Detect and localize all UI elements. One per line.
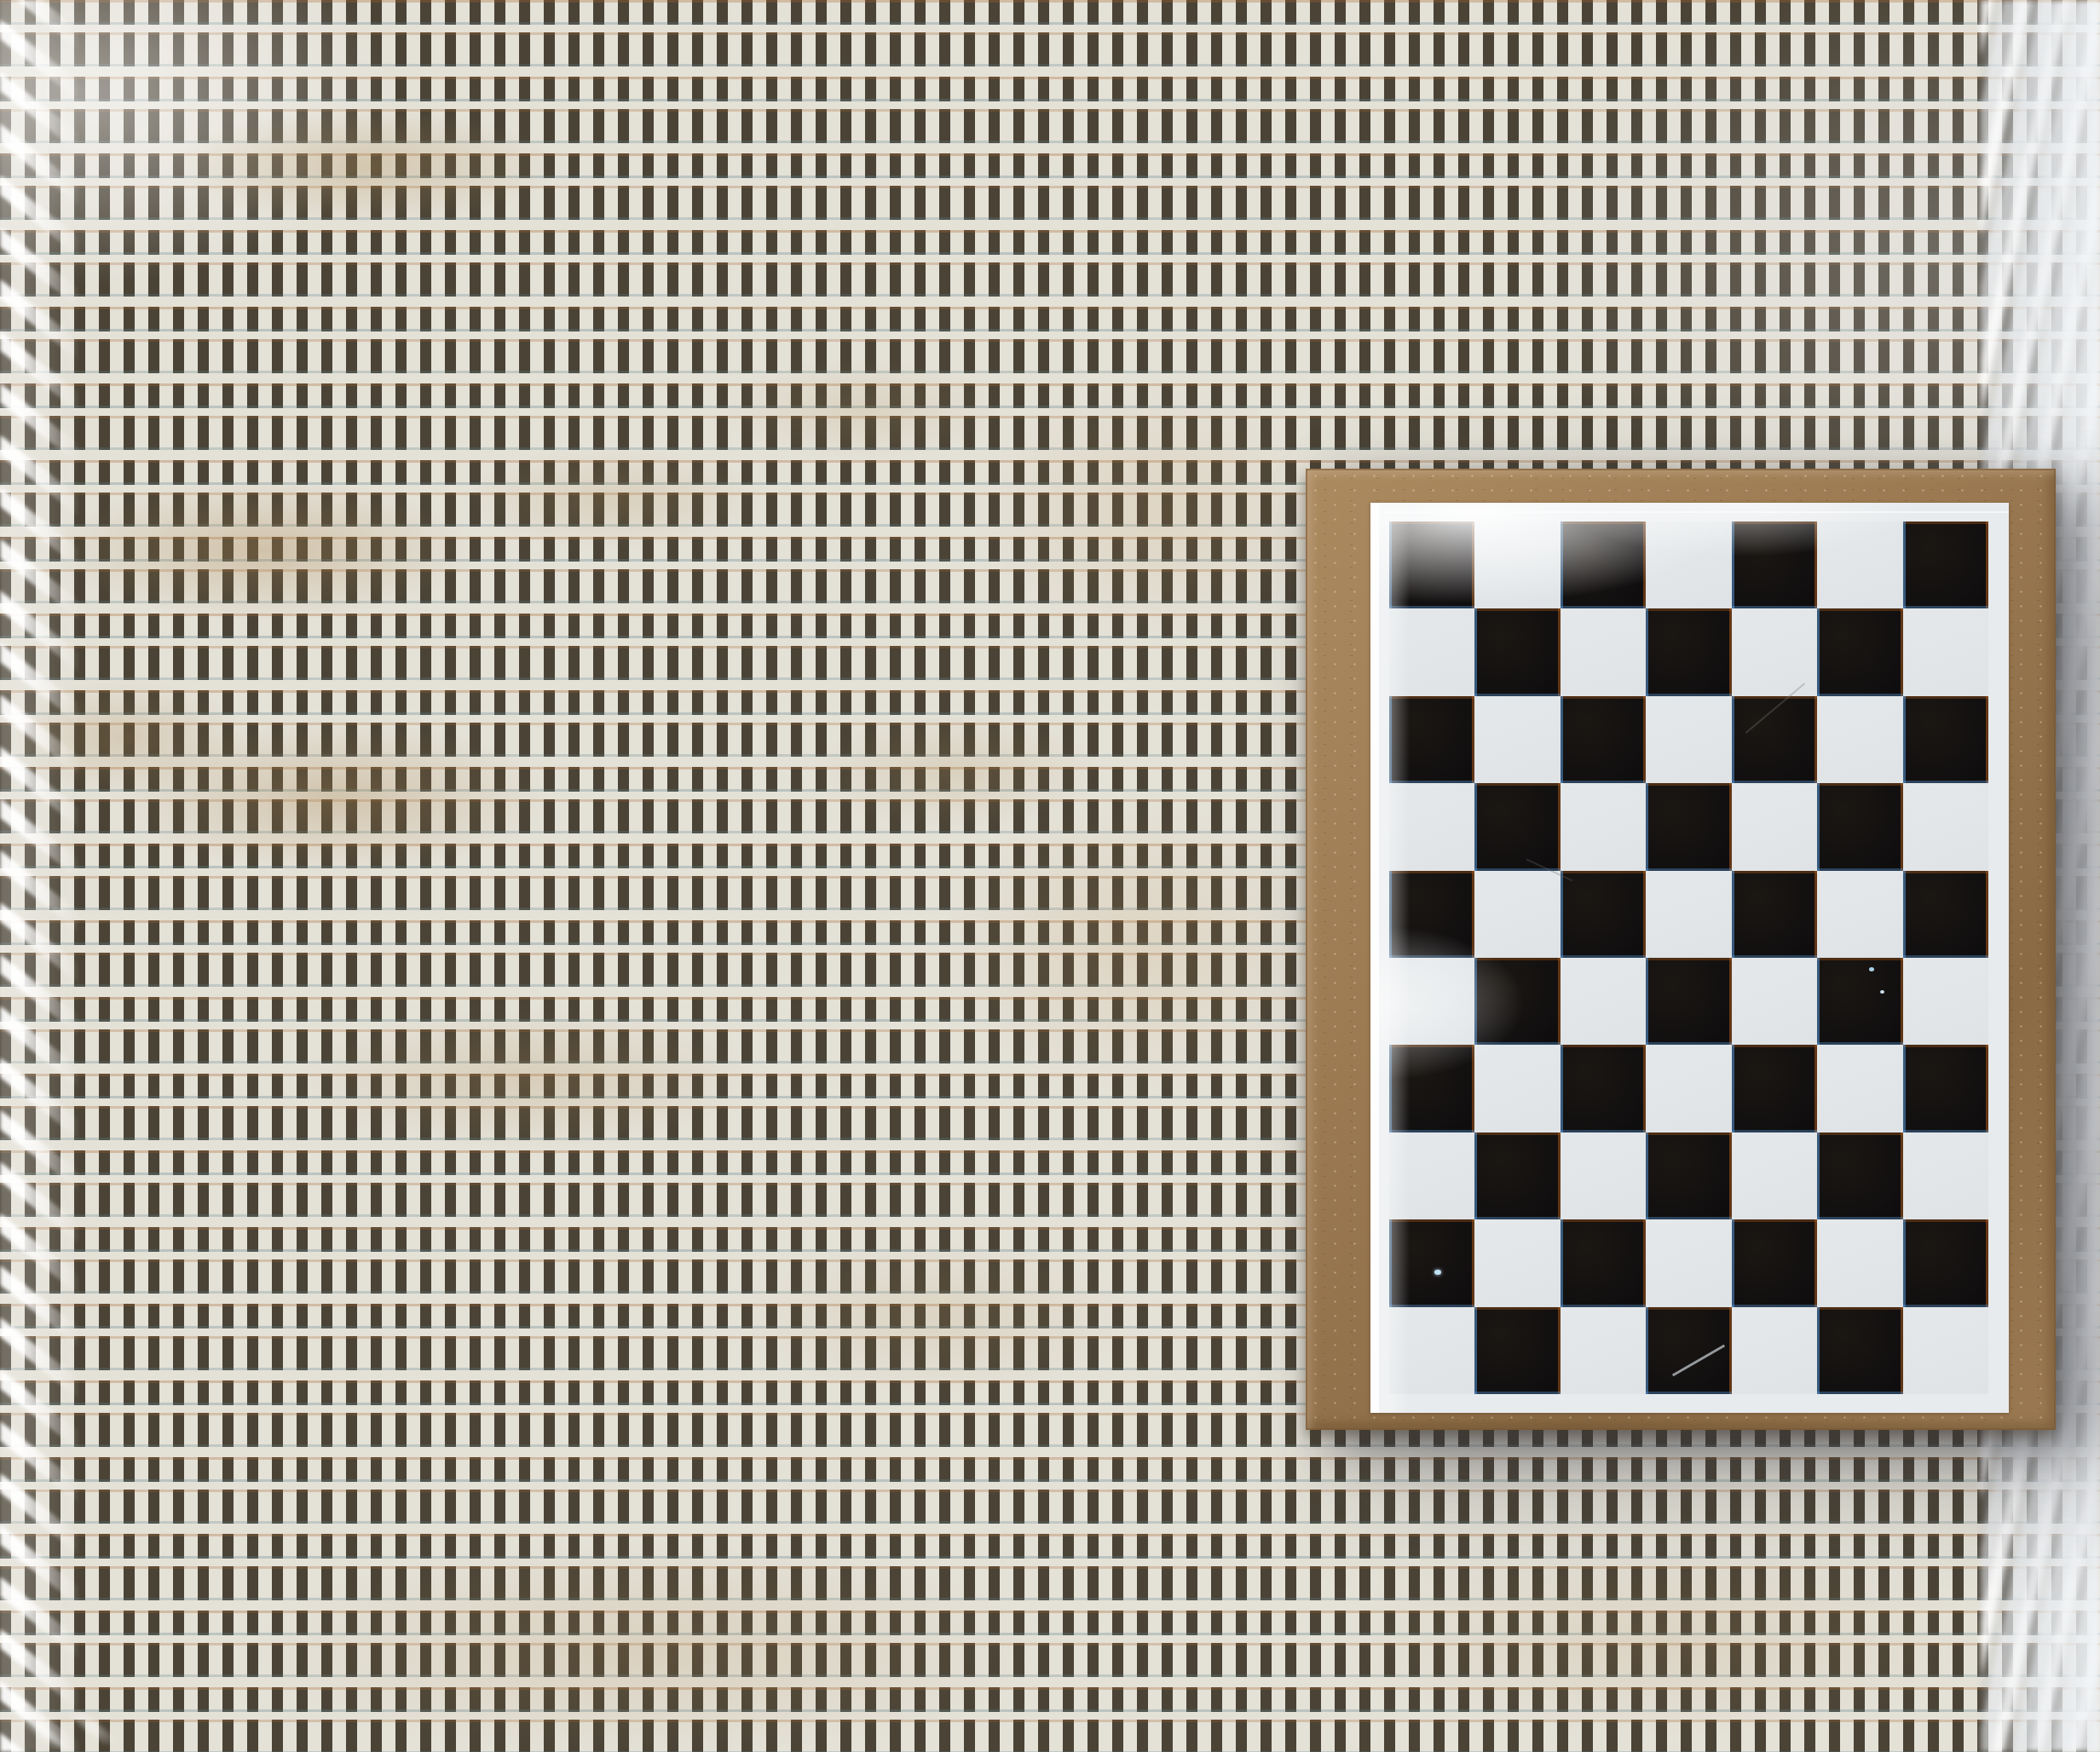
checker-square-white — [1474, 522, 1560, 608]
checker-square-black — [1817, 783, 1902, 870]
checker-square-white — [1389, 1307, 1474, 1394]
checker-square-white — [1732, 608, 1817, 695]
checker-square-black — [1389, 871, 1474, 958]
checker-square-white — [1561, 783, 1646, 870]
checker-square-white — [1646, 696, 1731, 783]
checker-square-black — [1474, 783, 1560, 870]
photo-scene — [0, 0, 2100, 1752]
checker-square-white — [1561, 1132, 1646, 1219]
checker-square-white — [1817, 871, 1902, 958]
checker-square-white — [1389, 608, 1474, 695]
checker-square-black — [1903, 696, 1988, 783]
checker-square-black — [1646, 783, 1731, 870]
checker-square-white — [1561, 608, 1646, 695]
lamination-sleeve-edge — [1370, 511, 2009, 513]
checker-square-white — [1732, 1132, 1817, 1219]
checker-square-white — [1817, 696, 1902, 783]
checker-square-white — [1474, 1045, 1560, 1132]
checker-square-black — [1817, 608, 1902, 695]
checker-square-white — [1389, 958, 1474, 1045]
checker-square-white — [1474, 696, 1560, 783]
checker-square-black — [1474, 1132, 1560, 1219]
checker-square-black — [1561, 522, 1646, 608]
checker-square-white — [1903, 1132, 1988, 1219]
checker-square-white — [1903, 958, 1988, 1045]
checker-square-black — [1732, 696, 1817, 783]
checkerboard-grid — [1389, 522, 1988, 1394]
checker-square-black — [1646, 958, 1731, 1045]
checker-square-white — [1903, 783, 1988, 870]
checker-square-black — [1732, 1219, 1817, 1306]
checker-square-black — [1561, 696, 1646, 783]
checker-square-black — [1903, 522, 1988, 608]
checker-square-white — [1561, 1307, 1646, 1394]
checker-square-white — [1732, 958, 1817, 1045]
checker-square-white — [1732, 1307, 1817, 1394]
checker-square-white — [1817, 1219, 1902, 1306]
checker-square-white — [1817, 522, 1902, 608]
checker-square-black — [1389, 522, 1474, 608]
checker-square-white — [1389, 1132, 1474, 1219]
checker-square-white — [1903, 608, 1988, 695]
checker-square-black — [1732, 1045, 1817, 1132]
checker-square-black — [1817, 1132, 1902, 1219]
checker-square-black — [1646, 1132, 1731, 1219]
checker-square-black — [1389, 1045, 1474, 1132]
checker-square-black — [1474, 958, 1560, 1045]
checker-square-black — [1561, 1045, 1646, 1132]
checker-square-black — [1561, 871, 1646, 958]
mesh-left-edge-highlight — [0, 0, 81, 1752]
checker-square-white — [1646, 1045, 1731, 1132]
checker-square-black — [1474, 608, 1560, 695]
checker-square-white — [1817, 1045, 1902, 1132]
checker-square-white — [1646, 871, 1731, 958]
checker-square-white — [1474, 871, 1560, 958]
checker-square-black — [1389, 1219, 1474, 1306]
checker-square-white — [1561, 958, 1646, 1045]
checker-square-white — [1903, 1307, 1988, 1394]
checker-square-black — [1646, 608, 1731, 695]
checker-square-black — [1903, 871, 1988, 958]
calibration-board — [1306, 469, 2056, 1430]
checker-square-black — [1646, 1307, 1731, 1394]
checker-square-black — [1817, 958, 1902, 1045]
checkerboard-sheet — [1370, 503, 2009, 1413]
checker-square-white — [1732, 783, 1817, 870]
checker-square-white — [1646, 1219, 1731, 1306]
checker-square-white — [1389, 783, 1474, 870]
checker-square-black — [1817, 1307, 1902, 1394]
checker-square-black — [1903, 1219, 1988, 1306]
checker-square-black — [1732, 522, 1817, 608]
checker-square-black — [1903, 1045, 1988, 1132]
checker-square-white — [1474, 1219, 1560, 1306]
mesh-bottom-left-highlight — [0, 1530, 443, 1752]
checker-square-black — [1389, 696, 1474, 783]
checker-square-black — [1561, 1219, 1646, 1306]
checker-square-black — [1474, 1307, 1560, 1394]
checker-square-white — [1646, 522, 1731, 608]
checker-square-black — [1732, 871, 1817, 958]
